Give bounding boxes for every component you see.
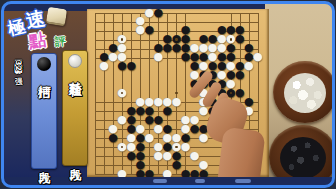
black-stones-pile xyxy=(280,137,326,179)
stone-white: ● xyxy=(253,52,263,62)
stone-white: ● xyxy=(199,133,209,143)
star-point xyxy=(175,146,177,148)
stone-black: ● xyxy=(126,61,136,71)
bottom-bar xyxy=(3,177,333,186)
stone-white: ● xyxy=(171,97,181,107)
logo-char-4: 評 xyxy=(54,34,66,50)
stone-white: ● xyxy=(244,61,254,71)
star-point xyxy=(175,92,177,94)
white-player-name: 朴廷桓 xyxy=(67,72,84,75)
player-banner-white: 朴廷桓 九段 xyxy=(62,50,88,166)
logo-stone-tile-icon xyxy=(46,7,67,27)
bar-smudge xyxy=(235,179,251,183)
stone-white: ● xyxy=(153,52,163,62)
black-player-name: 柯洁 xyxy=(36,75,53,77)
white-stones-pile xyxy=(284,73,326,113)
event-title: 第一届南洋杯世界围棋大师赛32强 xyxy=(13,55,23,185)
star-point xyxy=(175,38,177,40)
stone-black: ● xyxy=(235,70,245,80)
white-stone-bowl xyxy=(273,61,333,123)
bar-smudge xyxy=(195,179,205,183)
stone-white: ● xyxy=(99,61,109,71)
video-thumbnail: ●●●●●●●●●●●●●●●●●●●●●●●●●●●●●●●●●●●●●●●●… xyxy=(0,0,336,189)
star-point xyxy=(230,38,232,40)
bar-smudge xyxy=(153,179,167,183)
stone-black: ● xyxy=(144,25,154,35)
scene: ●●●●●●●●●●●●●●●●●●●●●●●●●●●●●●●●●●●●●●●●… xyxy=(3,3,333,186)
player-banner-black: 柯洁 九段 xyxy=(31,53,57,169)
logo-char-3: 點 xyxy=(27,28,47,53)
stone-black: ● xyxy=(153,8,163,18)
stone-black: ● xyxy=(162,106,172,116)
logo-char-1: 極 xyxy=(5,14,27,40)
star-point xyxy=(121,38,123,40)
channel-logo: 極 速 點 評 xyxy=(3,3,99,59)
black-stone-icon xyxy=(37,57,51,71)
